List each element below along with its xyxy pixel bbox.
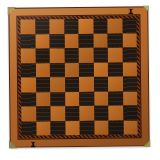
square-b1[interactable] [36, 121, 51, 136]
square-e4[interactable] [79, 77, 94, 92]
square-a1[interactable] [21, 121, 36, 136]
square-f5[interactable] [93, 62, 108, 77]
square-a6[interactable] [21, 48, 36, 63]
square-e2[interactable] [79, 106, 94, 121]
square-a3[interactable] [21, 92, 36, 107]
square-g7[interactable] [108, 33, 123, 48]
square-c3[interactable] [50, 92, 65, 107]
frame-stamp-bottom-left [31, 141, 36, 147]
square-a5[interactable] [21, 63, 36, 78]
square-h5[interactable] [122, 62, 137, 77]
square-e8[interactable] [78, 19, 93, 34]
square-f7[interactable] [93, 33, 108, 48]
square-e5[interactable] [79, 62, 94, 77]
square-a7[interactable] [21, 34, 36, 49]
corner-bracket-bottom-left [9, 140, 18, 149]
square-b7[interactable] [35, 34, 50, 49]
square-h2[interactable] [123, 105, 138, 120]
corner-bracket-bottom-right [143, 139, 151, 147]
square-c4[interactable] [50, 77, 65, 92]
square-b3[interactable] [36, 92, 51, 107]
square-c1[interactable] [50, 121, 65, 136]
playing-area [20, 18, 137, 135]
square-h3[interactable] [123, 91, 138, 106]
square-g3[interactable] [108, 91, 123, 106]
square-f8[interactable] [93, 19, 108, 34]
square-h1[interactable] [123, 120, 138, 135]
square-g8[interactable] [107, 19, 122, 34]
square-e7[interactable] [79, 33, 94, 48]
square-g1[interactable] [108, 120, 123, 135]
square-d2[interactable] [65, 106, 80, 121]
square-b2[interactable] [36, 106, 51, 121]
square-h4[interactable] [122, 76, 137, 91]
square-d3[interactable] [65, 91, 80, 106]
square-c2[interactable] [50, 106, 65, 121]
square-b4[interactable] [36, 77, 51, 92]
square-b8[interactable] [35, 19, 50, 34]
square-f3[interactable] [94, 91, 109, 106]
square-a4[interactable] [21, 77, 36, 92]
square-e1[interactable] [79, 120, 94, 135]
square-d8[interactable] [64, 19, 79, 34]
square-g2[interactable] [108, 106, 123, 121]
square-e3[interactable] [79, 91, 94, 106]
square-d1[interactable] [65, 120, 80, 135]
corner-bracket-top-left [7, 7, 16, 16]
square-a8[interactable] [20, 19, 35, 34]
square-a2[interactable] [21, 106, 36, 121]
square-g4[interactable] [108, 77, 123, 92]
square-h8[interactable] [122, 18, 137, 33]
square-b5[interactable] [35, 63, 50, 78]
frame-stamp-top-right [128, 8, 133, 14]
square-h6[interactable] [122, 47, 137, 62]
square-d5[interactable] [64, 63, 79, 78]
square-d7[interactable] [64, 34, 79, 49]
corner-bracket-top-right [142, 5, 149, 12]
square-h7[interactable] [122, 33, 137, 48]
square-c7[interactable] [50, 34, 65, 49]
square-c5[interactable] [50, 63, 65, 78]
square-f1[interactable] [94, 120, 109, 135]
square-c6[interactable] [50, 48, 65, 63]
photo-background [0, 0, 160, 160]
square-c8[interactable] [49, 19, 64, 34]
square-d6[interactable] [64, 48, 79, 63]
square-b6[interactable] [35, 48, 50, 63]
square-f2[interactable] [94, 106, 109, 121]
checkers-board [8, 6, 149, 147]
square-e6[interactable] [79, 48, 94, 63]
square-d4[interactable] [65, 77, 80, 92]
square-f6[interactable] [93, 48, 108, 63]
square-g6[interactable] [108, 48, 123, 63]
inlay-border [16, 14, 141, 139]
square-g5[interactable] [108, 62, 123, 77]
square-f4[interactable] [93, 77, 108, 92]
